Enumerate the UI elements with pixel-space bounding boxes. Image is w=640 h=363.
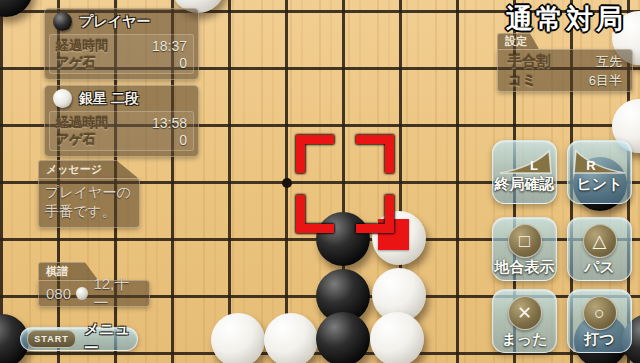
elapsed-time-value: 13:58: [152, 115, 187, 131]
square-button-icon: □: [508, 224, 542, 258]
placement-cursor: [296, 135, 394, 233]
komi-row: コミ 6目半: [508, 71, 622, 90]
elapsed-time-row: 経過時間 18:37: [56, 37, 187, 54]
white-stone: [264, 313, 318, 363]
cursor-corner: [296, 135, 334, 173]
captures-value: 0: [179, 55, 187, 71]
square-symbol: □: [519, 232, 530, 250]
elapsed-time-label: 経過時間: [56, 114, 108, 132]
kifu-move-number: 080: [46, 285, 71, 302]
player-white-stats: 経過時間 13:58 アゲ石 0: [49, 111, 194, 151]
cursor-corner: [356, 195, 394, 233]
kifu-panel: 080 12,十一: [38, 280, 150, 307]
elapsed-time-value: 18:37: [152, 38, 187, 54]
player-black-stats: 経過時間 18:37 アゲ石 0: [49, 34, 194, 74]
handicap-label: 手合割: [508, 53, 550, 71]
game-screen: 通常対局 プレイヤー 経過時間 18:37 アゲ石 0 銀星 二段 経過時間: [0, 0, 640, 363]
player-panel-white: 銀星 二段 経過時間 13:58 アゲ石 0: [44, 85, 199, 157]
triangle-symbol: △: [593, 232, 607, 250]
l-trigger-icon: L: [497, 149, 553, 175]
white-stone: [211, 313, 265, 363]
kifu-last-move: 080 12,十一: [46, 275, 142, 313]
menu-button[interactable]: START メニュー: [20, 327, 138, 351]
captures-label: アゲ石: [56, 131, 96, 149]
captures-row: アゲ石 0: [56, 54, 187, 71]
circle-symbol: ○: [594, 304, 605, 322]
undo-label: まった: [501, 330, 547, 349]
handicap-row: 手合割 互先: [508, 52, 622, 71]
black-stone: [0, 0, 33, 17]
undo-button[interactable]: ✕ まった: [492, 289, 557, 353]
elapsed-time-label: 経過時間: [56, 37, 108, 55]
play-stone-button[interactable]: ○ 打つ: [567, 289, 632, 353]
star-point: [282, 178, 292, 188]
r-trigger-icon: R: [572, 149, 628, 175]
captures-label: アゲ石: [56, 54, 96, 72]
captures-value: 0: [179, 132, 187, 148]
svg-text:R: R: [586, 158, 596, 173]
cross-symbol: ✕: [517, 304, 532, 322]
elapsed-time-row: 経過時間 13:58: [56, 114, 187, 131]
message-panel: プレイヤーの 手番です。: [38, 178, 140, 228]
end-game-check-label: 終局確認: [495, 175, 555, 194]
message-line-2: 手番です。: [45, 202, 133, 221]
circle-button-icon: ○: [583, 296, 617, 330]
settings-panel: 手合割 互先 コミ 6目半: [497, 49, 633, 92]
komi-value: 6目半: [589, 72, 622, 90]
black-stone: [316, 312, 370, 363]
player-white-name: 銀星 二段: [79, 90, 139, 108]
svg-text:L: L: [530, 158, 538, 173]
message-tab: メッセージ: [38, 160, 138, 178]
triangle-button-icon: △: [583, 224, 617, 258]
black-stone-icon: [53, 12, 72, 31]
territory-display-button[interactable]: □ 地合表示: [492, 217, 557, 281]
cursor-corner: [356, 135, 394, 173]
white-stone-icon: [76, 287, 88, 300]
play-stone-label: 打つ: [584, 330, 614, 349]
player-black-header: プレイヤー: [45, 9, 198, 34]
menu-button-label: メニュー: [84, 320, 137, 358]
message-line-1: プレイヤーの: [45, 183, 133, 202]
handicap-value: 互先: [596, 53, 622, 71]
pass-label: パス: [584, 258, 615, 277]
hint-label: ヒント: [576, 175, 622, 194]
start-key-icon: START: [27, 330, 76, 348]
end-game-check-button[interactable]: L 終局確認: [492, 140, 557, 204]
pass-button[interactable]: △ パス: [567, 217, 632, 281]
player-white-header: 銀星 二段: [45, 86, 198, 111]
player-panel-black: プレイヤー 経過時間 18:37 アゲ石 0: [44, 8, 199, 80]
cursor-corner: [296, 195, 334, 233]
player-black-name: プレイヤー: [79, 13, 150, 31]
komi-label: コミ: [508, 72, 537, 90]
mode-title: 通常対局: [506, 1, 626, 37]
kifu-coordinate: 12,十一: [93, 275, 142, 313]
captures-row: アゲ石 0: [56, 131, 187, 148]
white-stone: [370, 312, 424, 363]
hint-button[interactable]: R ヒント: [567, 140, 632, 204]
territory-display-label: 地合表示: [495, 258, 555, 277]
white-stone-icon: [53, 89, 72, 108]
cross-button-icon: ✕: [508, 296, 542, 330]
